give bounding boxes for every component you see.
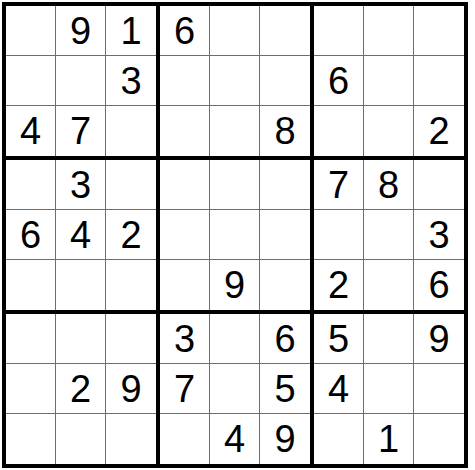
cell-r8c4[interactable]: 7 — [160, 364, 210, 414]
cell-r2c4[interactable] — [160, 56, 210, 106]
cell-r4c4[interactable] — [160, 160, 210, 210]
cell-r2c3[interactable]: 3 — [106, 56, 156, 106]
cell-r4c8[interactable]: 8 — [364, 160, 414, 210]
sudoku-box-7: 29 — [4, 312, 158, 466]
cell-r4c5[interactable] — [210, 160, 260, 210]
cell-r2c2[interactable] — [56, 56, 106, 106]
cell-r6c3[interactable] — [106, 260, 156, 310]
cell-r9c9[interactable] — [414, 414, 464, 464]
cell-r9c8[interactable]: 1 — [364, 414, 414, 464]
cell-r1c7[interactable] — [314, 6, 364, 56]
cell-r9c2[interactable] — [56, 414, 106, 464]
cell-r1c9[interactable] — [414, 6, 464, 56]
cell-r5c8[interactable] — [364, 210, 414, 260]
sudoku-box-5: 9 — [158, 158, 312, 312]
cell-r1c4[interactable]: 6 — [160, 6, 210, 56]
cell-r6c8[interactable] — [364, 260, 414, 310]
cell-r9c3[interactable] — [106, 414, 156, 464]
cell-r7c3[interactable] — [106, 314, 156, 364]
cell-r8c7[interactable]: 4 — [314, 364, 364, 414]
cell-r1c6[interactable] — [260, 6, 310, 56]
sudoku-board: 9134768623642978326293675495941 — [2, 2, 468, 468]
cell-r4c2[interactable]: 3 — [56, 160, 106, 210]
cell-r5c7[interactable] — [314, 210, 364, 260]
cell-r6c2[interactable] — [56, 260, 106, 310]
cell-r1c3[interactable]: 1 — [106, 6, 156, 56]
cell-r5c5[interactable] — [210, 210, 260, 260]
cell-r8c6[interactable]: 5 — [260, 364, 310, 414]
cell-r4c1[interactable] — [6, 160, 56, 210]
cell-r4c6[interactable] — [260, 160, 310, 210]
cell-r3c3[interactable] — [106, 106, 156, 156]
cell-r6c9[interactable]: 6 — [414, 260, 464, 310]
sudoku-box-4: 3642 — [4, 158, 158, 312]
cell-r8c9[interactable] — [414, 364, 464, 414]
cell-r7c9[interactable]: 9 — [414, 314, 464, 364]
cell-r4c9[interactable] — [414, 160, 464, 210]
cell-r3c9[interactable]: 2 — [414, 106, 464, 156]
cell-r9c1[interactable] — [6, 414, 56, 464]
sudoku-box-1: 91347 — [4, 4, 158, 158]
cell-r1c8[interactable] — [364, 6, 414, 56]
cell-r5c3[interactable]: 2 — [106, 210, 156, 260]
cell-r2c6[interactable] — [260, 56, 310, 106]
cell-r1c5[interactable] — [210, 6, 260, 56]
cell-r4c7[interactable]: 7 — [314, 160, 364, 210]
cell-r3c2[interactable]: 7 — [56, 106, 106, 156]
cell-r6c4[interactable] — [160, 260, 210, 310]
cell-r9c7[interactable] — [314, 414, 364, 464]
cell-r7c4[interactable]: 3 — [160, 314, 210, 364]
cell-r9c6[interactable]: 9 — [260, 414, 310, 464]
cell-r9c4[interactable] — [160, 414, 210, 464]
cell-r1c1[interactable] — [6, 6, 56, 56]
cell-r5c6[interactable] — [260, 210, 310, 260]
cell-r5c2[interactable]: 4 — [56, 210, 106, 260]
cell-r3c5[interactable] — [210, 106, 260, 156]
cell-r2c7[interactable]: 6 — [314, 56, 364, 106]
cell-r2c9[interactable] — [414, 56, 464, 106]
page-background: 9134768623642978326293675495941 — [0, 0, 475, 470]
cell-r2c8[interactable] — [364, 56, 414, 106]
cell-r6c5[interactable]: 9 — [210, 260, 260, 310]
cell-r3c7[interactable] — [314, 106, 364, 156]
cell-r7c8[interactable] — [364, 314, 414, 364]
cell-r2c5[interactable] — [210, 56, 260, 106]
cell-r7c5[interactable] — [210, 314, 260, 364]
sudoku-box-2: 68 — [158, 4, 312, 158]
sudoku-box-6: 78326 — [312, 158, 466, 312]
cell-r4c3[interactable] — [106, 160, 156, 210]
cell-r7c6[interactable]: 6 — [260, 314, 310, 364]
cell-r7c7[interactable]: 5 — [314, 314, 364, 364]
cell-r1c2[interactable]: 9 — [56, 6, 106, 56]
cell-r7c1[interactable] — [6, 314, 56, 364]
cell-r6c6[interactable] — [260, 260, 310, 310]
cell-r3c8[interactable] — [364, 106, 414, 156]
cell-r5c1[interactable]: 6 — [6, 210, 56, 260]
cell-r3c1[interactable]: 4 — [6, 106, 56, 156]
cell-r7c2[interactable] — [56, 314, 106, 364]
cell-r2c1[interactable] — [6, 56, 56, 106]
sudoku-box-3: 62 — [312, 4, 466, 158]
cell-r3c6[interactable]: 8 — [260, 106, 310, 156]
cell-r6c1[interactable] — [6, 260, 56, 310]
cell-r8c8[interactable] — [364, 364, 414, 414]
cell-r5c9[interactable]: 3 — [414, 210, 464, 260]
cell-r3c4[interactable] — [160, 106, 210, 156]
cell-r8c3[interactable]: 9 — [106, 364, 156, 414]
cell-r8c2[interactable]: 2 — [56, 364, 106, 414]
cell-r5c4[interactable] — [160, 210, 210, 260]
cell-r8c1[interactable] — [6, 364, 56, 414]
cell-r6c7[interactable]: 2 — [314, 260, 364, 310]
sudoku-box-8: 367549 — [158, 312, 312, 466]
cell-r8c5[interactable] — [210, 364, 260, 414]
sudoku-box-9: 5941 — [312, 312, 466, 466]
cell-r9c5[interactable]: 4 — [210, 414, 260, 464]
